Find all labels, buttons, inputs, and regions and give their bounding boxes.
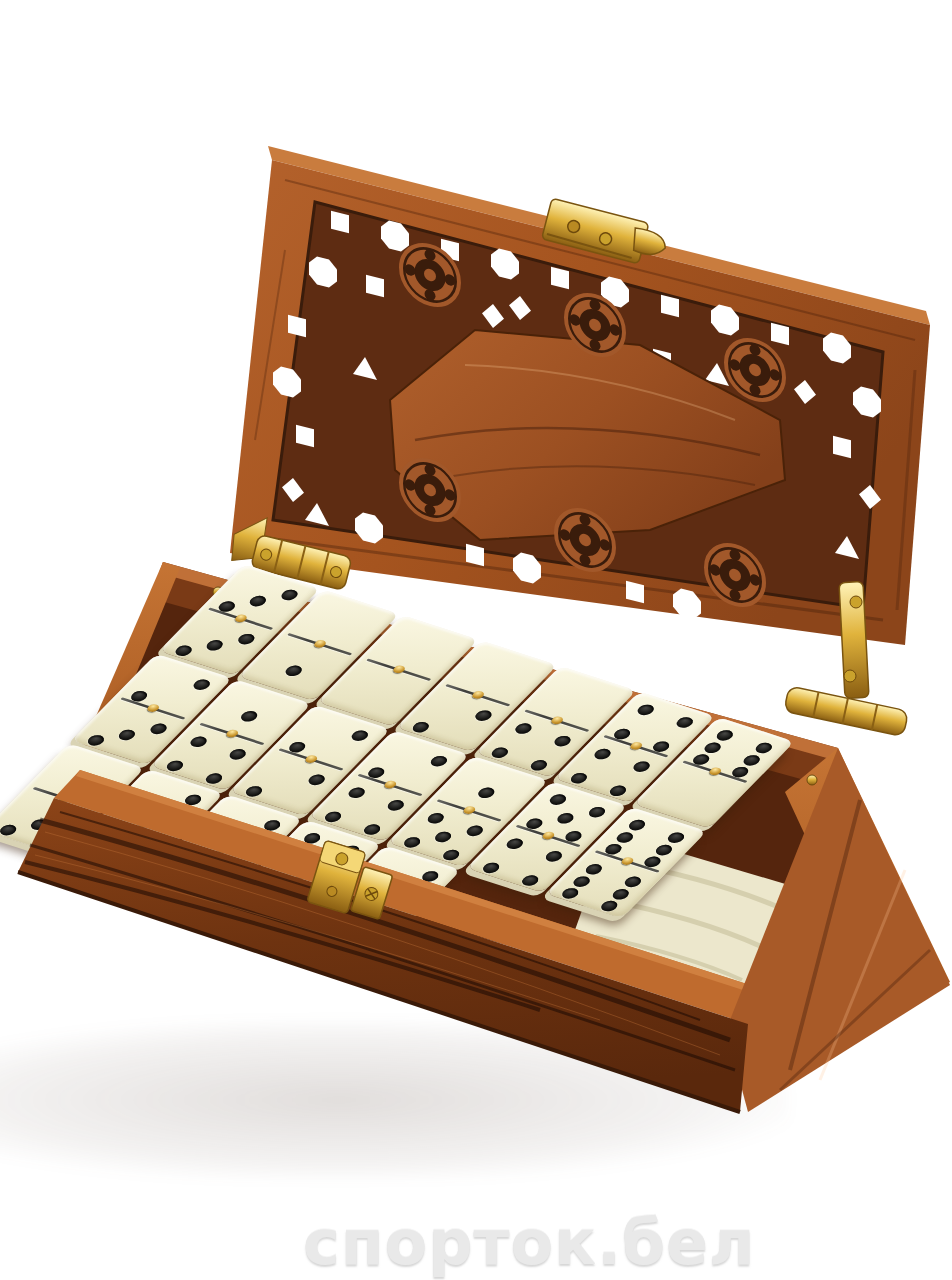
- pip: [204, 638, 226, 652]
- face-right: [726, 748, 950, 1112]
- pip: [512, 722, 534, 736]
- pip: [410, 720, 432, 734]
- pip: [472, 709, 494, 723]
- pip: [235, 632, 257, 646]
- pip: [674, 716, 696, 730]
- pip: [238, 709, 260, 723]
- pip: [247, 594, 269, 608]
- pip: [634, 703, 656, 717]
- pip: [147, 722, 169, 736]
- watermark-text: спорток.бел: [303, 1206, 755, 1279]
- pip: [191, 678, 213, 692]
- pip: [172, 644, 194, 658]
- pip: [283, 664, 305, 678]
- hinge-right: [784, 581, 909, 736]
- pip: [278, 588, 300, 602]
- box-front: [0, 740, 952, 1280]
